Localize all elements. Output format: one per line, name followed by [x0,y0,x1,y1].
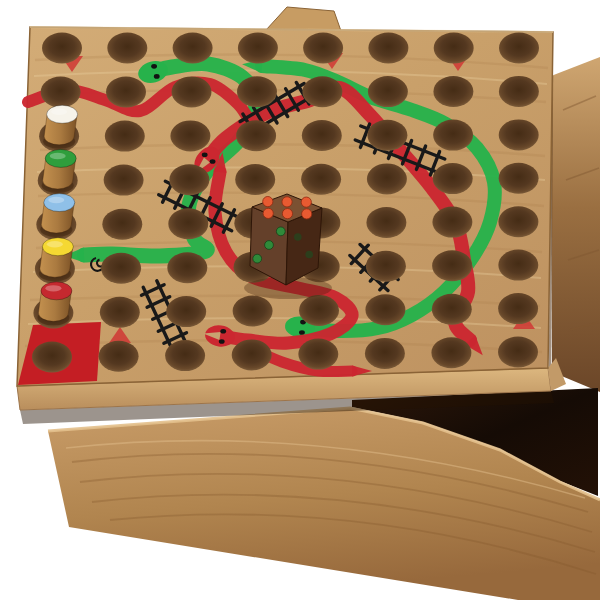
hole-r7c5 [365,338,405,369]
die-top-pip [282,209,292,219]
die-right-pip [305,251,313,259]
die-front-pip [276,227,285,236]
hole-r3c6 [433,163,473,194]
hole-r6c2 [166,296,206,327]
hole-r7c7 [498,337,538,368]
die-front-pip [265,241,274,250]
hole-r4c1 [102,209,142,240]
box-right-wall [551,57,600,392]
snake-eye [202,152,208,157]
hole-r0c0 [42,33,82,64]
hole-r6c7 [498,293,538,324]
hole-r2c4 [302,120,342,151]
hole-r2c6 [433,120,473,151]
die-right-pip [294,233,302,241]
hole-r3c5 [367,163,407,194]
snake-eye [299,330,305,335]
hole-r7c3 [232,339,272,370]
white-peg[interactable] [43,105,77,149]
box-corner-sliver [266,7,341,31]
red-peg[interactable] [37,282,72,326]
hole-r3c3 [235,164,275,195]
hole-r1c2 [172,76,212,107]
die-top-pip [282,197,292,207]
photo-stage [0,0,600,600]
hole-r5c7 [498,250,538,281]
hole-r2c7 [499,119,539,150]
hole-r1c6 [433,76,473,107]
hole-r3c7 [499,163,539,194]
hole-r6c1 [100,297,140,328]
hole-r6c6 [432,294,472,325]
blue-peg[interactable] [40,194,75,238]
snake-eye [210,159,216,164]
hole-r3c1 [104,165,144,196]
wooden-die[interactable] [244,194,332,299]
hole-r3c2 [169,164,209,195]
snakes-and-ladders-scene [0,0,600,600]
hole-r6c5 [365,294,405,325]
hole-r0c7 [499,33,539,64]
hole-r7c4 [298,339,338,370]
hole-r1c5 [368,76,408,107]
hole-r6c4 [299,295,339,326]
snake-eye [154,74,160,79]
green-peg[interactable] [42,149,77,193]
hole-r4c6 [432,207,472,238]
hole-r6c3 [233,296,273,327]
hole-r7c0 [32,342,72,373]
die-top-pip [263,196,273,206]
die-front-pip [253,254,262,263]
hole-r1c4 [302,76,342,107]
hole-r5c5 [366,251,406,282]
hole-r7c2 [165,340,205,371]
hole-r5c6 [432,250,472,281]
hole-r0c6 [434,33,474,64]
hole-r2c1 [105,121,145,152]
peg-top-sheen [50,153,66,159]
peg-top-sheen [47,241,63,247]
peg-top-sheen [51,109,67,115]
hole-r1c0 [41,77,81,108]
snake-eye [220,329,226,334]
hole-r4c5 [366,207,406,238]
snake-eye [219,339,225,344]
hole-r5c1 [101,253,141,284]
die-top-pip [302,209,312,219]
hole-r2c2 [170,120,210,151]
hole-r0c2 [173,33,213,64]
hole-r2c3 [236,120,276,151]
hole-r0c4 [303,33,343,64]
hole-r3c4 [301,164,341,195]
die-top-pip [263,208,273,218]
hole-r4c2 [168,208,208,239]
hole-r1c7 [499,76,539,107]
die-top-pip [301,197,311,207]
hole-r5c2 [167,252,207,283]
snake-eye [151,64,157,69]
hole-r4c7 [498,206,538,237]
yellow-peg[interactable] [39,238,74,282]
hole-r1c3 [237,76,277,107]
peg-top-sheen [48,197,64,203]
hole-r2c5 [367,120,407,151]
hole-r0c3 [238,33,278,64]
hole-r1c1 [106,77,146,108]
peg-top-sheen [45,285,61,291]
hole-r7c1 [99,341,139,372]
hole-r7c6 [431,337,471,368]
hole-r0c1 [107,33,147,64]
hole-r0c5 [368,33,408,64]
